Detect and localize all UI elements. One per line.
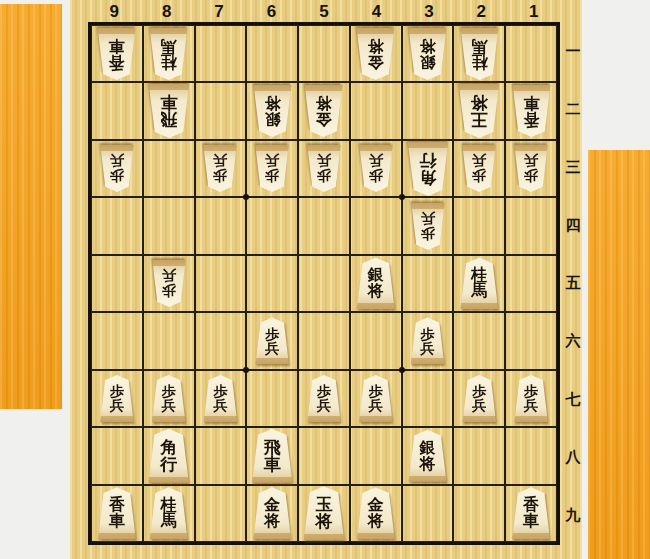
square-4-1[interactable]: 金将 [350, 25, 402, 82]
koma-kanji: 歩兵 [98, 375, 136, 422]
gote-gold[interactable]: 金将 [302, 85, 345, 137]
left-wood-panel [0, 4, 62, 409]
koma-kanji: 香車 [95, 487, 138, 539]
square-4-7[interactable]: 歩兵 [350, 370, 402, 427]
koma-kanji: 歩兵 [253, 145, 291, 192]
square-9-7[interactable]: 歩兵 [91, 370, 143, 427]
square-5-1[interactable] [298, 25, 350, 82]
file-label: 3 [403, 0, 455, 22]
square-5-4[interactable] [298, 197, 350, 254]
square-8-3[interactable] [143, 140, 195, 197]
square-1-8[interactable] [505, 427, 557, 484]
koma-kanji: 歩兵 [409, 317, 447, 364]
square-7-8[interactable] [195, 427, 247, 484]
sente-silver[interactable]: 銀将 [406, 430, 449, 482]
square-7-2[interactable] [195, 82, 247, 139]
square-3-4[interactable]: 歩兵 [402, 197, 454, 254]
gote-pawn[interactable]: 歩兵 [305, 145, 343, 192]
rank-label: 四 [562, 196, 584, 254]
koma-kanji: 銀将 [406, 28, 449, 80]
square-5-7[interactable]: 歩兵 [298, 370, 350, 427]
sente-knight[interactable]: 桂馬 [458, 257, 501, 309]
square-5-8[interactable] [298, 427, 350, 484]
koma-kanji: 桂馬 [458, 257, 501, 309]
sente-pawn[interactable]: 歩兵 [253, 317, 291, 364]
square-6-6[interactable]: 歩兵 [246, 312, 298, 369]
koma-kanji: 歩兵 [512, 375, 550, 422]
square-2-7[interactable]: 歩兵 [453, 370, 505, 427]
square-8-4[interactable] [143, 197, 195, 254]
koma-kanji: 歩兵 [201, 145, 239, 192]
square-9-4[interactable] [91, 197, 143, 254]
square-5-3[interactable]: 歩兵 [298, 140, 350, 197]
sente-pawn[interactable]: 歩兵 [460, 375, 498, 422]
file-label: 7 [193, 0, 245, 22]
rank-label: 五 [562, 254, 584, 312]
square-2-4[interactable] [453, 197, 505, 254]
koma-kanji: 歩兵 [305, 375, 343, 422]
koma-kanji: 歩兵 [357, 145, 395, 192]
square-8-6[interactable] [143, 312, 195, 369]
koma-kanji: 歩兵 [460, 145, 498, 192]
square-3-9[interactable] [402, 485, 454, 542]
square-2-9[interactable] [453, 485, 505, 542]
square-1-1[interactable] [505, 25, 557, 82]
rank-label: 三 [562, 138, 584, 196]
gote-knight[interactable]: 桂馬 [147, 28, 190, 80]
sente-lance[interactable]: 香車 [510, 487, 553, 539]
square-1-5[interactable] [505, 255, 557, 312]
koma-kanji: 飛車 [249, 429, 295, 483]
koma-kanji: 金将 [354, 28, 397, 80]
file-label: 9 [88, 0, 140, 22]
square-2-6[interactable] [453, 312, 505, 369]
koma-kanji: 飛車 [146, 84, 192, 138]
square-9-9[interactable]: 香車 [91, 485, 143, 542]
square-1-6[interactable] [505, 312, 557, 369]
square-4-8[interactable] [350, 427, 402, 484]
square-8-8[interactable]: 角行 [143, 427, 195, 484]
square-2-5[interactable]: 桂馬 [453, 255, 505, 312]
hoshi-dot [243, 367, 249, 373]
gote-knight[interactable]: 桂馬 [458, 28, 501, 80]
square-6-9[interactable]: 金将 [246, 485, 298, 542]
square-9-6[interactable] [91, 312, 143, 369]
sente-gold[interactable]: 金将 [354, 487, 397, 539]
gote-king[interactable]: 王将 [456, 84, 502, 138]
sente-pawn[interactable]: 歩兵 [512, 375, 550, 422]
square-9-5[interactable] [91, 255, 143, 312]
file-labels: 987654321 [88, 0, 560, 22]
square-1-7[interactable]: 歩兵 [505, 370, 557, 427]
square-5-9[interactable]: 玉将 [298, 485, 350, 542]
sente-silver[interactable]: 銀将 [354, 257, 397, 309]
right-wood-panel [588, 150, 650, 559]
koma-kanji: 玉将 [301, 486, 347, 540]
koma-kanji: 歩兵 [512, 145, 550, 192]
koma-kanji: 歩兵 [460, 375, 498, 422]
koma-kanji: 歩兵 [201, 375, 239, 422]
rank-label: 六 [562, 313, 584, 371]
file-label: 4 [350, 0, 402, 22]
square-5-6[interactable] [298, 312, 350, 369]
koma-kanji: 歩兵 [98, 145, 136, 192]
rank-label: 八 [562, 429, 584, 487]
square-6-7[interactable] [246, 370, 298, 427]
sente-lance[interactable]: 香車 [95, 487, 138, 539]
gote-pawn[interactable]: 歩兵 [357, 145, 395, 192]
gote-pawn[interactable]: 歩兵 [253, 145, 291, 192]
square-7-7[interactable]: 歩兵 [195, 370, 247, 427]
square-4-6[interactable] [350, 312, 402, 369]
file-label: 8 [140, 0, 192, 22]
koma-kanji: 角行 [146, 429, 192, 483]
sente-pawn[interactable]: 歩兵 [150, 375, 188, 422]
square-1-4[interactable] [505, 197, 557, 254]
square-6-4[interactable] [246, 197, 298, 254]
koma-kanji: 金将 [251, 487, 294, 539]
sente-rook[interactable]: 飛車 [249, 429, 295, 483]
gote-pawn[interactable]: 歩兵 [512, 145, 550, 192]
gote-pawn[interactable]: 歩兵 [201, 145, 239, 192]
square-2-2[interactable]: 王将 [453, 82, 505, 139]
koma-kanji: 歩兵 [357, 375, 395, 422]
square-9-3[interactable]: 歩兵 [91, 140, 143, 197]
square-1-9[interactable]: 香車 [505, 485, 557, 542]
koma-kanji: 桂馬 [458, 28, 501, 80]
square-1-3[interactable]: 歩兵 [505, 140, 557, 197]
square-4-4[interactable] [350, 197, 402, 254]
square-6-5[interactable] [246, 255, 298, 312]
koma-kanji: 金将 [302, 85, 345, 137]
square-7-4[interactable] [195, 197, 247, 254]
file-label: 6 [245, 0, 297, 22]
gote-pawn[interactable]: 歩兵 [460, 145, 498, 192]
gote-rook[interactable]: 飛車 [146, 84, 192, 138]
square-1-2[interactable]: 香車 [505, 82, 557, 139]
square-3-8[interactable]: 銀将 [402, 427, 454, 484]
square-8-2[interactable]: 飛車 [143, 82, 195, 139]
gote-bishop[interactable]: 角行 [405, 142, 451, 196]
square-9-8[interactable] [91, 427, 143, 484]
gote-lance[interactable]: 香車 [510, 85, 553, 137]
file-label: 1 [508, 0, 560, 22]
koma-kanji: 角行 [405, 142, 451, 196]
sente-pawn[interactable]: 歩兵 [357, 375, 395, 422]
sente-bishop[interactable]: 角行 [146, 429, 192, 483]
koma-kanji: 銀将 [354, 257, 397, 309]
koma-kanji: 香車 [510, 487, 553, 539]
koma-kanji: 銀将 [406, 430, 449, 482]
sente-knight[interactable]: 桂馬 [147, 487, 190, 539]
koma-kanji: 歩兵 [305, 145, 343, 192]
square-3-6[interactable]: 歩兵 [402, 312, 454, 369]
koma-kanji: 金将 [354, 487, 397, 539]
square-2-3[interactable]: 歩兵 [453, 140, 505, 197]
square-8-1[interactable]: 桂馬 [143, 25, 195, 82]
square-6-8[interactable]: 飛車 [246, 427, 298, 484]
square-4-5[interactable]: 銀将 [350, 255, 402, 312]
shogi-board: 987654321 一二三四五六七八九 香車桂馬金将銀将桂馬飛車銀将金将王将香車… [70, 0, 582, 559]
square-6-1[interactable] [246, 25, 298, 82]
square-5-5[interactable] [298, 255, 350, 312]
square-4-9[interactable]: 金将 [350, 485, 402, 542]
square-4-2[interactable] [350, 82, 402, 139]
shogi-app: 987654321 一二三四五六七八九 香車桂馬金将銀将桂馬飛車銀将金将王将香車… [0, 0, 650, 559]
square-9-2[interactable] [91, 82, 143, 139]
gote-lance[interactable]: 香車 [95, 28, 138, 80]
koma-kanji: 歩兵 [409, 203, 447, 250]
rank-label: 二 [562, 80, 584, 138]
hoshi-dot [243, 194, 249, 200]
koma-kanji: 歩兵 [253, 317, 291, 364]
sente-gold[interactable]: 金将 [251, 487, 294, 539]
sente-pawn[interactable]: 歩兵 [305, 375, 343, 422]
square-8-7[interactable]: 歩兵 [143, 370, 195, 427]
board-grid[interactable]: 香車桂馬金将銀将桂馬飛車銀将金将王将香車歩兵歩兵歩兵歩兵歩兵角行歩兵歩兵歩兵歩兵… [88, 22, 560, 545]
sente-pawn[interactable]: 歩兵 [98, 375, 136, 422]
sente-pawn[interactable]: 歩兵 [201, 375, 239, 422]
koma-kanji: 歩兵 [150, 260, 188, 307]
gote-silver[interactable]: 銀将 [251, 85, 294, 137]
rank-label: 九 [562, 487, 584, 545]
square-3-3[interactable]: 角行 [402, 140, 454, 197]
gote-silver[interactable]: 銀将 [406, 28, 449, 80]
file-label: 5 [298, 0, 350, 22]
square-4-3[interactable]: 歩兵 [350, 140, 402, 197]
koma-kanji: 香車 [95, 28, 138, 80]
square-7-5[interactable] [195, 255, 247, 312]
square-3-7[interactable] [402, 370, 454, 427]
hoshi-dot [399, 194, 405, 200]
gote-gold[interactable]: 金将 [354, 28, 397, 80]
file-label: 2 [455, 0, 507, 22]
sente-pawn[interactable]: 歩兵 [409, 317, 447, 364]
square-2-8[interactable] [453, 427, 505, 484]
square-8-9[interactable]: 桂馬 [143, 485, 195, 542]
square-9-1[interactable]: 香車 [91, 25, 143, 82]
gote-pawn[interactable]: 歩兵 [98, 145, 136, 192]
square-7-1[interactable] [195, 25, 247, 82]
square-2-1[interactable]: 桂馬 [453, 25, 505, 82]
square-7-3[interactable]: 歩兵 [195, 140, 247, 197]
square-6-3[interactable]: 歩兵 [246, 140, 298, 197]
koma-kanji: 桂馬 [147, 28, 190, 80]
koma-kanji: 銀将 [251, 85, 294, 137]
gote-pawn[interactable]: 歩兵 [150, 260, 188, 307]
koma-kanji: 香車 [510, 85, 553, 137]
square-5-2[interactable]: 金将 [298, 82, 350, 139]
square-3-1[interactable]: 銀将 [402, 25, 454, 82]
gote-pawn[interactable]: 歩兵 [409, 203, 447, 250]
sente-king[interactable]: 玉将 [301, 486, 347, 540]
rank-label: 一 [562, 22, 584, 80]
koma-kanji: 歩兵 [150, 375, 188, 422]
hoshi-dot [399, 367, 405, 373]
square-3-2[interactable] [402, 82, 454, 139]
square-6-2[interactable]: 銀将 [246, 82, 298, 139]
square-3-5[interactable] [402, 255, 454, 312]
koma-kanji: 桂馬 [147, 487, 190, 539]
rank-labels: 一二三四五六七八九 [562, 22, 584, 545]
square-7-6[interactable] [195, 312, 247, 369]
square-7-9[interactable] [195, 485, 247, 542]
rank-label: 七 [562, 371, 584, 429]
koma-kanji: 王将 [456, 84, 502, 138]
square-8-5[interactable]: 歩兵 [143, 255, 195, 312]
